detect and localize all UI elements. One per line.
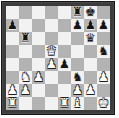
square-e7[interactable] [58, 19, 71, 32]
square-a3[interactable] [6, 71, 19, 84]
square-b3[interactable]: ♞ [19, 71, 32, 84]
square-a8[interactable] [6, 6, 19, 19]
square-e8[interactable] [58, 6, 71, 19]
square-f8[interactable]: ♜ [71, 6, 84, 19]
black-king-piece[interactable]: ♚ [85, 6, 96, 19]
square-c8[interactable] [32, 6, 45, 19]
square-h2[interactable] [97, 84, 110, 97]
square-h1[interactable]: ♚ [97, 97, 110, 110]
white-knight-piece[interactable]: ♞ [20, 71, 31, 84]
black-queen-piece[interactable]: ♛ [85, 32, 96, 45]
white-pawn-piece[interactable]: ♟ [33, 71, 44, 84]
square-b1[interactable] [19, 97, 32, 110]
square-c2[interactable] [32, 84, 45, 97]
square-e3[interactable] [58, 71, 71, 84]
square-d3[interactable] [45, 71, 58, 84]
square-a4[interactable] [6, 58, 19, 71]
square-d6[interactable] [45, 32, 58, 45]
black-pawn-piece[interactable]: ♟ [7, 19, 18, 32]
square-c3[interactable]: ♟ [32, 71, 45, 84]
square-h7[interactable]: ♟ [97, 19, 110, 32]
white-pawn-piece[interactable]: ♟ [72, 84, 83, 97]
chess-board: ♜♚♟♟♟♟♜♛♛♞♟♟♞♟♞♟♟♟♟♟♜♜♝♚ [6, 6, 110, 110]
square-a1[interactable]: ♜ [6, 97, 19, 110]
square-g7[interactable]: ♟ [84, 19, 97, 32]
square-d2[interactable] [45, 84, 58, 97]
black-knight-piece[interactable]: ♞ [98, 45, 109, 58]
square-h4[interactable] [97, 58, 110, 71]
black-knight-piece[interactable]: ♞ [72, 71, 83, 84]
square-a7[interactable]: ♟ [6, 19, 19, 32]
white-rook-piece[interactable]: ♜ [7, 97, 18, 110]
square-c4[interactable] [32, 58, 45, 71]
white-rook-piece[interactable]: ♜ [59, 97, 70, 110]
square-h8[interactable] [97, 6, 110, 19]
square-g1[interactable] [84, 97, 97, 110]
white-pawn-piece[interactable]: ♟ [85, 84, 96, 97]
white-king-piece[interactable]: ♚ [98, 97, 109, 110]
square-e1[interactable]: ♜ [58, 97, 71, 110]
square-b5[interactable] [19, 45, 32, 58]
square-b2[interactable]: ♟ [19, 84, 32, 97]
square-g6[interactable]: ♛ [84, 32, 97, 45]
square-c6[interactable] [32, 32, 45, 45]
square-b4[interactable] [19, 58, 32, 71]
square-a5[interactable] [6, 45, 19, 58]
black-pawn-piece[interactable]: ♟ [59, 58, 70, 71]
square-g5[interactable] [84, 45, 97, 58]
square-f5[interactable] [71, 45, 84, 58]
square-g8[interactable]: ♚ [84, 6, 97, 19]
black-pawn-piece[interactable]: ♟ [98, 19, 109, 32]
square-c7[interactable] [32, 19, 45, 32]
white-queen-piece[interactable]: ♛ [46, 45, 57, 58]
square-d5[interactable]: ♛ [45, 45, 58, 58]
square-a6[interactable] [6, 32, 19, 45]
square-c5[interactable] [32, 45, 45, 58]
square-f3[interactable]: ♞ [71, 71, 84, 84]
square-c1[interactable] [32, 97, 45, 110]
square-h5[interactable]: ♞ [97, 45, 110, 58]
square-h6[interactable] [97, 32, 110, 45]
white-pawn-piece[interactable]: ♟ [20, 84, 31, 97]
square-b7[interactable] [19, 19, 32, 32]
square-h3[interactable]: ♟ [97, 71, 110, 84]
white-pawn-piece[interactable]: ♟ [46, 58, 57, 71]
square-d4[interactable]: ♟ [45, 58, 58, 71]
black-pawn-piece[interactable]: ♟ [85, 19, 96, 32]
square-e2[interactable] [58, 84, 71, 97]
square-b6[interactable]: ♜ [19, 32, 32, 45]
white-pawn-piece[interactable]: ♟ [7, 84, 18, 97]
square-e5[interactable] [58, 45, 71, 58]
white-pawn-piece[interactable]: ♟ [98, 71, 109, 84]
square-g4[interactable] [84, 58, 97, 71]
chess-board-frame: ♜♚♟♟♟♟♜♛♛♞♟♟♞♟♞♟♟♟♟♟♜♜♝♚ [1, 1, 115, 115]
square-e4[interactable]: ♟ [58, 58, 71, 71]
black-rook-piece[interactable]: ♜ [72, 6, 83, 19]
white-bishop-piece[interactable]: ♝ [72, 97, 83, 110]
square-e6[interactable] [58, 32, 71, 45]
square-a2[interactable]: ♟ [6, 84, 19, 97]
black-rook-piece[interactable]: ♜ [20, 32, 31, 45]
square-f1[interactable]: ♝ [71, 97, 84, 110]
square-f7[interactable]: ♟ [71, 19, 84, 32]
square-d7[interactable] [45, 19, 58, 32]
square-f4[interactable] [71, 58, 84, 71]
square-d8[interactable] [45, 6, 58, 19]
square-g2[interactable]: ♟ [84, 84, 97, 97]
square-b8[interactable] [19, 6, 32, 19]
square-d1[interactable] [45, 97, 58, 110]
black-pawn-piece[interactable]: ♟ [72, 19, 83, 32]
square-f6[interactable] [71, 32, 84, 45]
square-f2[interactable]: ♟ [71, 84, 84, 97]
square-g3[interactable] [84, 71, 97, 84]
